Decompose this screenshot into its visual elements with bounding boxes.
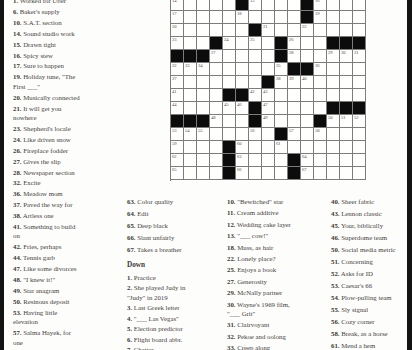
white-square — [340, 154, 353, 167]
white-square: 20 — [171, 24, 184, 37]
clue-number: 27. — [227, 278, 236, 285]
white-square: 28 — [288, 50, 301, 63]
black-square — [340, 37, 353, 50]
black-square — [223, 167, 236, 180]
clue-text: Flight board abbr. — [132, 336, 182, 343]
white-square — [223, 76, 236, 89]
white-square: 35 — [275, 63, 288, 76]
black-square — [288, 154, 301, 167]
white-square — [262, 128, 275, 141]
clue-text: Shepherd's locale — [22, 125, 71, 132]
clue-text: "I knew it!" — [22, 276, 56, 283]
clue: 13. "___ cow!" — [227, 231, 331, 240]
white-square — [301, 89, 314, 102]
white-square — [210, 141, 223, 154]
white-square — [210, 89, 223, 102]
cell-number: 64 — [302, 155, 307, 160]
white-square — [288, 0, 301, 11]
white-square — [184, 11, 197, 24]
white-square — [236, 63, 249, 76]
white-square — [327, 63, 340, 76]
white-square: 19 — [314, 11, 327, 24]
white-square — [223, 63, 236, 76]
white-square — [236, 37, 249, 50]
cell-number: 44 — [172, 103, 177, 108]
clue: 48. "I knew it!" — [13, 275, 129, 284]
clue-text: Like driven snow — [22, 136, 71, 143]
white-square — [223, 115, 236, 128]
cell-number: 24 — [224, 38, 229, 43]
black-square — [197, 50, 210, 63]
cell-number: 18 — [237, 12, 242, 17]
black-square — [210, 37, 223, 50]
clue-number: 57. — [13, 329, 22, 336]
black-square — [275, 37, 288, 50]
white-square — [197, 167, 210, 180]
clue: 56. Cozy corner — [331, 317, 407, 326]
clue-number: 52. — [331, 270, 340, 277]
white-square: 57 — [288, 128, 301, 141]
white-square — [301, 141, 314, 154]
clue: 29. McNally partner — [227, 288, 331, 297]
clue-number: 61. — [331, 342, 340, 349]
clue-text: "___ cow!" — [236, 232, 269, 239]
clue: 32. Excite — [13, 178, 129, 187]
clue-text: Social media metric — [340, 246, 396, 253]
white-square — [314, 102, 327, 115]
clue-number: 63. — [127, 198, 136, 205]
clue: 46. Superdome team — [331, 233, 407, 242]
white-square — [340, 141, 353, 154]
white-square: 64 — [301, 154, 314, 167]
white-square — [301, 37, 314, 50]
clue: 32. Pekoe and oolong — [227, 332, 331, 341]
white-square — [197, 154, 210, 167]
cell-number: 27 — [211, 51, 216, 56]
clue: 37. Paved the way for — [13, 200, 129, 209]
white-square — [197, 24, 210, 37]
black-square — [340, 102, 353, 115]
white-square — [340, 167, 353, 180]
clue-text: Asks for ID — [340, 270, 373, 277]
cell-number: 45 — [224, 103, 229, 108]
clue: 10. S.A.T. section — [13, 18, 129, 27]
white-square — [275, 0, 288, 11]
white-square — [262, 167, 275, 180]
clue: 16. Spicy stew — [13, 51, 129, 60]
clue-column-down-continued: 10. "Bewitched" star11. Cream additive12… — [227, 197, 331, 350]
cell-number: 54 — [185, 129, 190, 134]
clue: 44. Tennis garb — [13, 253, 129, 262]
clue: 67. Takes a breather — [127, 245, 227, 254]
white-square: 18 — [236, 11, 249, 24]
clue-text: Resinous deposit — [22, 298, 70, 305]
clue-number: 10. — [227, 198, 236, 205]
clue-text: Deep black — [136, 222, 168, 229]
clue-number: 27. — [13, 158, 22, 165]
black-square — [171, 50, 184, 63]
clue-number: 54. — [331, 294, 340, 301]
white-square — [197, 141, 210, 154]
clue: 7. Chatter — [127, 345, 227, 350]
clue-text: Election predictor — [132, 325, 183, 332]
black-square — [275, 128, 288, 141]
clue-text: Something to build on — [13, 223, 75, 239]
black-square — [288, 167, 301, 180]
clue: 27. Generosity — [227, 277, 331, 286]
clue-text: Generosity — [236, 278, 268, 285]
clue-number: 64. — [127, 210, 136, 217]
black-square — [249, 102, 262, 115]
white-square — [223, 0, 236, 11]
clue-text: Meadow mom — [22, 190, 63, 197]
cell-number: 32 — [172, 64, 177, 69]
white-square — [353, 76, 366, 89]
white-square: 51 — [340, 115, 353, 128]
black-square — [353, 102, 366, 115]
clue-number: 55. — [331, 306, 340, 313]
clue-text: S.A.T. section — [22, 19, 62, 26]
white-square — [184, 89, 197, 102]
clue: 33. Creep along — [227, 343, 331, 350]
clue-number: 56. — [331, 318, 340, 325]
cell-number: 59 — [172, 142, 177, 147]
white-square — [197, 0, 210, 11]
clue-text: Tennis garb — [22, 254, 55, 261]
black-square — [236, 89, 249, 102]
white-square — [275, 11, 288, 24]
white-square: 54 — [184, 128, 197, 141]
white-square: 34 — [197, 63, 210, 76]
white-square — [184, 167, 197, 180]
white-square — [275, 115, 288, 128]
cell-number: 31 — [354, 51, 359, 56]
white-square — [301, 128, 314, 141]
clue-text: Sheer fabric — [340, 198, 375, 205]
clue: 51. Concerning — [331, 257, 407, 266]
white-square — [236, 24, 249, 37]
white-square: 42 — [249, 89, 262, 102]
clue: 61. Mend a hem — [331, 341, 407, 350]
clue-text: Sure to happen — [22, 62, 64, 69]
clue: 12. Wedding cake layer — [227, 220, 331, 229]
white-square — [314, 50, 327, 63]
clue: 6. Flight board abbr. — [127, 335, 227, 344]
clue-number: 50. — [331, 246, 340, 253]
clue-number: 58. — [331, 330, 340, 337]
clue-number: 21. — [13, 105, 22, 112]
white-square — [249, 154, 262, 167]
clue: 2. She played Judy in "Judy" in 2019 — [127, 283, 227, 302]
clue-text: Drawn tight — [22, 41, 56, 48]
black-square — [223, 154, 236, 167]
white-square: 22 — [301, 24, 314, 37]
clue: 21. It will get you nowhere — [13, 104, 129, 123]
white-square — [197, 76, 210, 89]
white-square: 61 — [275, 141, 288, 154]
clue: 53. Having little elevation — [13, 308, 129, 327]
cell-number: 56 — [250, 129, 255, 134]
cell-number: 61 — [276, 142, 281, 147]
cell-number: 47 — [263, 103, 268, 108]
cell-number: 17 — [172, 12, 177, 17]
clue-text: Spicy stew — [22, 52, 53, 59]
white-square — [340, 11, 353, 24]
clue: 65. Deep black — [127, 221, 227, 230]
white-square — [249, 141, 262, 154]
white-square: 48 — [210, 115, 223, 128]
clue-number: 67. — [127, 246, 136, 253]
clue: 40. Sheer fabric — [331, 197, 407, 206]
clue-number: 12. — [227, 221, 236, 228]
crossword-grid: 1234567891011121314151617181920212223242… — [170, 0, 367, 181]
white-square — [236, 115, 249, 128]
clue: 28. Newspaper section — [13, 168, 129, 177]
cell-number: 52 — [354, 116, 359, 121]
cell-number: 43 — [263, 90, 268, 95]
clue: 55. Sly signal — [331, 305, 407, 314]
white-square: 47 — [262, 102, 275, 115]
white-square — [353, 154, 366, 167]
white-square — [288, 102, 301, 115]
cell-number: 34 — [198, 64, 203, 69]
white-square — [184, 76, 197, 89]
black-square — [171, 115, 184, 128]
clue-number: 31. — [227, 321, 236, 328]
clue-number: 40. — [331, 198, 340, 205]
clue-column-down-end: 40. Sheer fabric43. Lennon classic45. Yo… — [331, 197, 407, 350]
clue: 22. Lonely place? — [227, 254, 331, 263]
clue-text: "___ Las Vegas" — [132, 315, 179, 322]
clue-text: Paved the way for — [22, 201, 73, 208]
clue-text: Creep along — [236, 344, 271, 350]
clue-number: 28. — [13, 169, 22, 176]
black-square — [314, 115, 327, 128]
black-square — [353, 37, 366, 50]
white-square: 58 — [314, 128, 327, 141]
white-square — [340, 89, 353, 102]
white-square: 26 — [288, 37, 301, 50]
clue: 41. Something to build on — [13, 222, 129, 241]
clue-text: Fireplace fodder — [22, 147, 68, 154]
white-square — [249, 50, 262, 63]
clue-number: 18. — [227, 244, 236, 251]
white-square — [301, 50, 314, 63]
white-square — [223, 24, 236, 37]
white-square — [314, 154, 327, 167]
clue: 50. Social media metric — [331, 245, 407, 254]
clue-text: Lennon classic — [340, 210, 382, 217]
clue-number: 66. — [127, 234, 136, 241]
clue: 58. Break, as a horse — [331, 329, 407, 338]
white-square — [340, 24, 353, 37]
cell-number: 22 — [302, 25, 307, 30]
clue: 15. Drawn tight — [13, 40, 129, 49]
black-square — [327, 37, 340, 50]
cell-number: 20 — [172, 25, 177, 30]
white-square: 16 — [314, 0, 327, 11]
down-heading: Down — [127, 261, 227, 269]
clue-text: McNally partner — [236, 289, 283, 296]
clue-text: Muss, as hair — [236, 244, 274, 251]
white-square — [236, 50, 249, 63]
cell-number: 23 — [172, 38, 177, 43]
cell-number: 55 — [198, 129, 203, 134]
clue: 26. Fireplace fodder — [13, 146, 129, 155]
white-square: 37 — [171, 76, 184, 89]
white-square — [210, 76, 223, 89]
cell-number: 57 — [289, 129, 294, 134]
cell-number: 39 — [289, 77, 294, 82]
clue-number: 14. — [13, 30, 22, 37]
cell-number: 58 — [315, 129, 320, 134]
white-square: 56 — [249, 128, 262, 141]
white-square: 49 — [262, 115, 275, 128]
white-square — [353, 141, 366, 154]
clue-text: Pekoe and oolong — [236, 333, 286, 340]
clue-number: 24. — [13, 136, 22, 143]
clue-number: 25. — [227, 266, 236, 273]
white-square: 17 — [171, 11, 184, 24]
clue-text: Takes a breather — [136, 246, 182, 253]
clue-number: 41. — [13, 223, 22, 230]
cell-number: 19 — [315, 12, 320, 17]
clue-text: Holiday tune, "The First ___" — [13, 73, 75, 89]
white-square — [184, 37, 197, 50]
cell-number: 26 — [289, 38, 294, 43]
clue-text: Star anagram — [22, 287, 60, 294]
white-square: 45 — [223, 102, 236, 115]
clue-number: 43. — [331, 210, 340, 217]
clue-text: Chatter — [132, 346, 154, 350]
clue-number: 16. — [13, 52, 22, 59]
clue-text: Musically connected — [22, 94, 80, 101]
clue-number: 19. — [13, 73, 22, 80]
clue: 45. Your, biblically — [331, 221, 407, 230]
clue-text: Superdome team — [340, 234, 388, 241]
white-square — [353, 167, 366, 180]
black-square — [197, 115, 210, 128]
black-square — [184, 50, 197, 63]
cell-number: 14 — [172, 0, 177, 3]
clue-text: Cream additive — [235, 209, 278, 216]
clue: 43. Lennon classic — [331, 209, 407, 218]
clue-number: 22. — [227, 255, 236, 262]
cell-number: 25 — [250, 38, 255, 43]
white-square — [353, 0, 366, 11]
white-square — [210, 0, 223, 11]
clue-column-across-down: 63. Color quality64. Edit65. Deep black6… — [127, 197, 227, 350]
clue-number: 33. — [227, 344, 236, 350]
white-square: 40 — [301, 76, 314, 89]
clue: 11. Cream additive — [227, 208, 331, 217]
clue-number: 17. — [13, 62, 22, 69]
white-square — [249, 11, 262, 24]
white-square: 52 — [353, 115, 366, 128]
white-square — [262, 0, 275, 11]
clue-number: 48. — [13, 276, 22, 283]
white-square: 14 — [171, 0, 184, 11]
white-square: 31 — [353, 50, 366, 63]
clue: 23. Shepherd's locale — [13, 124, 129, 133]
cell-number: 38 — [276, 77, 281, 82]
cell-number: 62 — [172, 155, 177, 160]
clue: 30. Wayne's 1969 film, "___ Grit" — [227, 300, 331, 319]
clue-text: Color quality — [136, 198, 174, 205]
white-square: 15 — [249, 0, 262, 11]
cell-number: 67 — [302, 168, 307, 173]
white-square: 66 — [236, 167, 249, 180]
cell-number: 51 — [341, 116, 346, 121]
clue-number: 65. — [127, 222, 136, 229]
white-square: 50 — [327, 115, 340, 128]
clue-number: 29. — [227, 289, 236, 296]
clue-text: Salma Hayek, for one — [13, 329, 71, 345]
clue-text: "Bewitched" star — [236, 198, 284, 205]
white-square — [262, 37, 275, 50]
clue-number: 36. — [13, 190, 22, 197]
clue: 1. Worked for Uber — [13, 0, 129, 5]
clue-text: Edit — [136, 210, 149, 217]
white-square: 33 — [184, 63, 197, 76]
black-square — [275, 50, 288, 63]
white-square: 44 — [171, 102, 184, 115]
white-square: 43 — [262, 89, 275, 102]
white-square — [275, 102, 288, 115]
black-square — [249, 24, 262, 37]
clue-number: 45. — [331, 222, 340, 229]
clue: 19. Holiday tune, "The First ___" — [13, 72, 129, 91]
clue-text: Cozy corner — [340, 318, 375, 325]
white-square — [327, 11, 340, 24]
clue-number: 13. — [227, 232, 236, 239]
clue: 66. Slant unfairly — [127, 233, 227, 242]
white-square: 32 — [171, 63, 184, 76]
white-square: 36 — [314, 63, 327, 76]
white-square — [327, 154, 340, 167]
white-square — [223, 128, 236, 141]
clue: 14. Sound studio work — [13, 29, 129, 38]
clue: 10. "Bewitched" star — [227, 197, 331, 206]
clue-number: 49. — [13, 287, 22, 294]
white-square: 46 — [236, 102, 249, 115]
white-square — [262, 63, 275, 76]
black-square — [262, 76, 275, 89]
white-square: 60 — [236, 141, 249, 154]
white-square — [210, 24, 223, 37]
cell-number: 48 — [211, 116, 216, 121]
clue-text: Plow-pulling team — [340, 294, 392, 301]
white-square — [210, 102, 223, 115]
white-square: 23 — [171, 37, 184, 50]
white-square — [327, 141, 340, 154]
clue: 38. Artless one — [13, 211, 129, 220]
clue-number: 47. — [13, 265, 22, 272]
white-square — [340, 128, 353, 141]
cell-number: 42 — [250, 90, 255, 95]
white-square — [314, 24, 327, 37]
cell-number: 36 — [315, 64, 320, 69]
clue-text: Caesar's 66 — [340, 282, 373, 289]
white-square — [301, 115, 314, 128]
white-square — [236, 76, 249, 89]
cell-number: 28 — [289, 51, 294, 56]
cell-number: 33 — [185, 64, 190, 69]
clue: 4. "___ Las Vegas" — [127, 314, 227, 323]
clue-number: 42. — [13, 243, 22, 250]
clue-text: Excite — [22, 179, 41, 186]
white-square: 53 — [171, 128, 184, 141]
